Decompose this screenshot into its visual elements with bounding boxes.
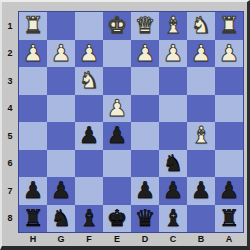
square-g5[interactable]	[47, 122, 75, 150]
piece-black-pawn-g7[interactable]: ♟	[51, 177, 72, 205]
piece-white-pawn-e4[interactable]: ♟	[107, 95, 128, 123]
square-b3[interactable]	[187, 67, 215, 95]
rank-label-5: 5	[2, 122, 18, 150]
piece-white-pawn-b2[interactable]: ♟	[191, 40, 212, 68]
square-f3[interactable]: ♞	[75, 67, 103, 95]
rank-label-7: 7	[2, 177, 18, 205]
square-a3[interactable]	[215, 67, 243, 95]
square-d8[interactable]: ♛	[131, 205, 159, 233]
square-f8[interactable]: ♝	[75, 205, 103, 233]
piece-black-rook-a8[interactable]: ♜	[219, 205, 240, 233]
square-h8[interactable]: ♜	[19, 205, 47, 233]
piece-white-pawn-a2[interactable]: ♟	[219, 40, 240, 68]
piece-black-pawn-d7[interactable]: ♟	[135, 177, 156, 205]
file-label-a: A	[215, 233, 243, 245]
square-d6[interactable]	[131, 150, 159, 178]
square-a4[interactable]	[215, 95, 243, 123]
rank-label-2: 2	[2, 40, 18, 68]
piece-white-bishop-b5[interactable]: ♝	[191, 122, 212, 150]
piece-white-bishop-c1[interactable]: ♝	[163, 12, 184, 40]
square-a5[interactable]	[215, 122, 243, 150]
square-g4[interactable]	[47, 95, 75, 123]
square-h5[interactable]	[19, 122, 47, 150]
file-label-b: B	[187, 233, 215, 245]
piece-black-bishop-c8[interactable]: ♝	[163, 205, 184, 233]
square-c4[interactable]	[159, 95, 187, 123]
file-label-e: E	[103, 233, 131, 245]
square-c8[interactable]: ♝	[159, 205, 187, 233]
square-f7[interactable]	[75, 177, 103, 205]
square-h3[interactable]	[19, 67, 47, 95]
square-a7[interactable]: ♟	[215, 177, 243, 205]
piece-black-knight-g8[interactable]: ♞	[51, 205, 72, 233]
square-f2[interactable]: ♟	[75, 40, 103, 68]
file-label-d: D	[131, 233, 159, 245]
piece-white-queen-d1[interactable]: ♛	[135, 12, 156, 40]
file-label-g: G	[47, 233, 75, 245]
square-g3[interactable]	[47, 67, 75, 95]
square-b7[interactable]: ♟	[187, 177, 215, 205]
square-c5[interactable]	[159, 122, 187, 150]
square-a8[interactable]: ♜	[215, 205, 243, 233]
square-g1[interactable]	[47, 12, 75, 40]
square-c7[interactable]: ♟	[159, 177, 187, 205]
square-h1[interactable]: ♜	[19, 12, 47, 40]
square-e3[interactable]	[103, 67, 131, 95]
rank-label-4: 4	[2, 95, 18, 123]
square-d1[interactable]: ♛	[131, 12, 159, 40]
piece-black-bishop-f8[interactable]: ♝	[79, 205, 100, 233]
square-b6[interactable]	[187, 150, 215, 178]
square-h6[interactable]	[19, 150, 47, 178]
square-a2[interactable]: ♟	[215, 40, 243, 68]
piece-black-pawn-e5[interactable]: ♟	[107, 122, 128, 150]
square-b4[interactable]	[187, 95, 215, 123]
piece-black-knight-c6[interactable]: ♞	[163, 150, 184, 178]
piece-black-king-e8[interactable]: ♚	[107, 205, 128, 233]
square-e4[interactable]: ♟	[103, 95, 131, 123]
square-d4[interactable]	[131, 95, 159, 123]
square-f5[interactable]: ♟	[75, 122, 103, 150]
piece-white-pawn-g2[interactable]: ♟	[51, 40, 72, 68]
square-e7[interactable]	[103, 177, 131, 205]
piece-white-pawn-h2[interactable]: ♟	[23, 40, 44, 68]
piece-black-pawn-h7[interactable]: ♟	[23, 177, 44, 205]
piece-white-pawn-d2[interactable]: ♟	[135, 40, 156, 68]
square-d5[interactable]	[131, 122, 159, 150]
square-f6[interactable]	[75, 150, 103, 178]
piece-black-queen-d8[interactable]: ♛	[135, 205, 156, 233]
square-d2[interactable]: ♟	[131, 40, 159, 68]
square-e5[interactable]: ♟	[103, 122, 131, 150]
rank-label-8: 8	[2, 205, 18, 233]
square-g8[interactable]: ♞	[47, 205, 75, 233]
file-labels: HGFEDCBA	[19, 233, 243, 245]
piece-white-rook-a1[interactable]: ♜	[219, 12, 240, 40]
square-e1[interactable]: ♚	[103, 12, 131, 40]
piece-black-pawn-b7[interactable]: ♟	[191, 177, 212, 205]
square-a1[interactable]: ♜	[215, 12, 243, 40]
file-label-f: F	[75, 233, 103, 245]
rank-label-3: 3	[2, 67, 18, 95]
square-a6[interactable]	[215, 150, 243, 178]
rank-labels: 12345678	[2, 12, 18, 232]
square-e2[interactable]	[103, 40, 131, 68]
piece-white-knight-f3[interactable]: ♞	[79, 67, 100, 95]
square-h4[interactable]	[19, 95, 47, 123]
square-f4[interactable]	[75, 95, 103, 123]
piece-white-king-e1[interactable]: ♚	[107, 12, 128, 40]
square-g2[interactable]: ♟	[47, 40, 75, 68]
square-e6[interactable]	[103, 150, 131, 178]
square-h2[interactable]: ♟	[19, 40, 47, 68]
square-d3[interactable]	[131, 67, 159, 95]
square-d7[interactable]: ♟	[131, 177, 159, 205]
piece-white-pawn-f2[interactable]: ♟	[79, 40, 100, 68]
square-f1[interactable]	[75, 12, 103, 40]
piece-white-rook-h1[interactable]: ♜	[23, 12, 44, 40]
piece-black-rook-h8[interactable]: ♜	[23, 205, 44, 233]
square-c3[interactable]	[159, 67, 187, 95]
square-b2[interactable]: ♟	[187, 40, 215, 68]
square-c2[interactable]: ♟	[159, 40, 187, 68]
piece-black-pawn-c7[interactable]: ♟	[163, 177, 184, 205]
square-c1[interactable]: ♝	[159, 12, 187, 40]
file-label-c: C	[159, 233, 187, 245]
square-c6[interactable]: ♞	[159, 150, 187, 178]
file-label-h: H	[19, 233, 47, 245]
square-b5[interactable]: ♝	[187, 122, 215, 150]
rank-label-1: 1	[2, 12, 18, 40]
piece-black-pawn-f5[interactable]: ♟	[79, 122, 100, 150]
square-b8[interactable]	[187, 205, 215, 233]
square-g7[interactable]: ♟	[47, 177, 75, 205]
square-b1[interactable]: ♞	[187, 12, 215, 40]
chess-board-panel: 12345678 ♜♚♛♝♞♜♟♟♟♟♟♟♟♞♟♟♟♝♞♟♟♟♟♟♟♜♞♝♚♛♝…	[0, 0, 250, 250]
chess-board[interactable]: ♜♚♛♝♞♜♟♟♟♟♟♟♟♞♟♟♟♝♞♟♟♟♟♟♟♜♞♝♚♛♝♜	[18, 11, 244, 233]
square-g6[interactable]	[47, 150, 75, 178]
piece-white-pawn-c2[interactable]: ♟	[163, 40, 184, 68]
rank-label-6: 6	[2, 150, 18, 178]
square-h7[interactable]: ♟	[19, 177, 47, 205]
piece-black-pawn-a7[interactable]: ♟	[219, 177, 240, 205]
square-e8[interactable]: ♚	[103, 205, 131, 233]
piece-white-knight-b1[interactable]: ♞	[191, 12, 212, 40]
